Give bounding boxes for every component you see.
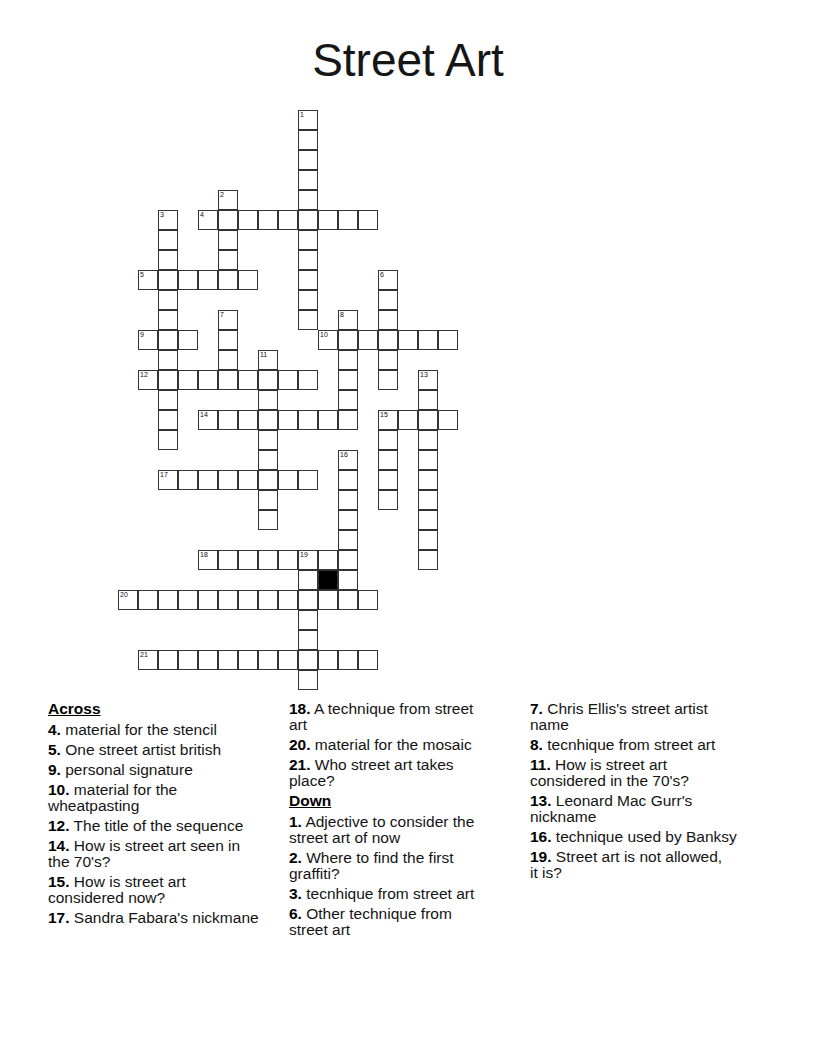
grid-cell: 4 bbox=[198, 210, 218, 230]
grid-cell bbox=[318, 650, 338, 670]
grid-cell bbox=[218, 270, 238, 290]
grid-cell bbox=[338, 590, 358, 610]
cell-number: 10 bbox=[320, 331, 328, 339]
grid-cell bbox=[278, 550, 298, 570]
grid-cell bbox=[338, 650, 358, 670]
clue-number: 8. bbox=[530, 736, 543, 753]
grid-cell bbox=[298, 190, 318, 210]
grid-cell bbox=[338, 370, 358, 390]
clue-number: 1. bbox=[289, 813, 302, 830]
grid-cell bbox=[158, 310, 178, 330]
grid-cell: 2 bbox=[218, 190, 238, 210]
grid-cell bbox=[258, 650, 278, 670]
grid-cell bbox=[298, 170, 318, 190]
clue-2: 2. Where to find the firstgraffiti? bbox=[289, 850, 525, 882]
grid-cell bbox=[158, 330, 178, 350]
grid-cell bbox=[158, 410, 178, 430]
clue-number: 13. bbox=[530, 792, 552, 809]
grid-cell bbox=[218, 590, 238, 610]
grid-cell bbox=[178, 270, 198, 290]
grid-cell: 20 bbox=[118, 590, 138, 610]
grid-cell bbox=[298, 630, 318, 650]
grid-cell bbox=[378, 330, 398, 350]
grid-cell: 14 bbox=[198, 410, 218, 430]
grid-cell bbox=[418, 470, 438, 490]
grid-cell bbox=[178, 470, 198, 490]
grid-cell bbox=[338, 210, 358, 230]
grid-cell bbox=[218, 470, 238, 490]
grid-cell: 1 bbox=[298, 110, 318, 130]
grid-cell bbox=[218, 550, 238, 570]
grid-cell bbox=[238, 270, 258, 290]
grid-cell: 12 bbox=[138, 370, 158, 390]
clue-number: 21. bbox=[289, 756, 311, 773]
down-heading: Down bbox=[289, 793, 525, 809]
grid-cell bbox=[298, 570, 318, 590]
grid-cell bbox=[238, 470, 258, 490]
clue-8: 8. tecnhique from street art bbox=[530, 737, 778, 753]
grid-cell bbox=[418, 410, 438, 430]
grid-cell bbox=[378, 450, 398, 470]
grid-cell bbox=[278, 470, 298, 490]
grid-cell bbox=[138, 590, 158, 610]
grid-cell bbox=[378, 430, 398, 450]
grid-cell bbox=[258, 470, 278, 490]
grid-cell bbox=[378, 290, 398, 310]
across-heading: Across bbox=[48, 701, 284, 717]
grid-cell bbox=[238, 370, 258, 390]
grid-cell bbox=[238, 590, 258, 610]
grid-cell bbox=[158, 250, 178, 270]
clue-14: 14. How is street art seen inthe 70's? bbox=[48, 838, 284, 870]
grid-cell bbox=[318, 590, 338, 610]
grid-cell: 16 bbox=[338, 450, 358, 470]
grid-cell bbox=[158, 650, 178, 670]
grid-cell bbox=[238, 210, 258, 230]
grid-cell bbox=[378, 310, 398, 330]
clue-number: 12. bbox=[48, 817, 70, 834]
clue-10: 10. material for thewheatpasting bbox=[48, 782, 284, 814]
cell-number: 15 bbox=[380, 411, 388, 419]
clue-13: 13. Leonard Mac Gurr'snickname bbox=[530, 793, 778, 825]
cell-number: 16 bbox=[340, 451, 348, 459]
grid-cell: 21 bbox=[138, 650, 158, 670]
grid-cell bbox=[278, 650, 298, 670]
cell-number: 4 bbox=[200, 211, 204, 219]
grid-cell bbox=[238, 650, 258, 670]
cell-number: 12 bbox=[140, 371, 148, 379]
grid-cell bbox=[278, 410, 298, 430]
grid-cell bbox=[178, 650, 198, 670]
cell-number: 2 bbox=[220, 191, 224, 199]
grid-cell bbox=[358, 210, 378, 230]
grid-cell bbox=[278, 370, 298, 390]
grid-cell bbox=[278, 210, 298, 230]
grid-cell: 5 bbox=[138, 270, 158, 290]
clue-number: 3. bbox=[289, 885, 302, 902]
cell-number: 20 bbox=[120, 591, 128, 599]
clue-number: 2. bbox=[289, 849, 302, 866]
grid-cell bbox=[338, 570, 358, 590]
grid-cell bbox=[298, 410, 318, 430]
grid-cell bbox=[298, 610, 318, 630]
grid-cell bbox=[258, 210, 278, 230]
grid-cell: 6 bbox=[378, 270, 398, 290]
clue-6: 6. Other technique fromstreet art bbox=[289, 906, 525, 938]
grid-cell bbox=[258, 370, 278, 390]
grid-cell bbox=[158, 370, 178, 390]
grid-cell bbox=[298, 290, 318, 310]
grid-cell bbox=[298, 270, 318, 290]
cell-number: 6 bbox=[380, 271, 384, 279]
grid-cell bbox=[418, 530, 438, 550]
clue-number: 17. bbox=[48, 909, 70, 926]
grid-cell bbox=[418, 330, 438, 350]
grid-cell bbox=[298, 250, 318, 270]
clue-column: 18. A technique from streetart20. materi… bbox=[289, 701, 525, 942]
grid-cell bbox=[198, 370, 218, 390]
grid-cell bbox=[258, 550, 278, 570]
clue-number: 18. bbox=[289, 700, 311, 717]
cell-number: 7 bbox=[220, 311, 224, 319]
grid-cell bbox=[298, 370, 318, 390]
clue-15: 15. How is street artconsidered now? bbox=[48, 874, 284, 906]
grid-cell: 11 bbox=[258, 350, 278, 370]
clue-20: 20. material for the mosaic bbox=[289, 737, 525, 753]
grid-cell bbox=[158, 270, 178, 290]
grid-cell bbox=[358, 650, 378, 670]
clue-16: 16. technique used by Banksy bbox=[530, 829, 778, 845]
clue-19: 19. Street art is not allowed,it is? bbox=[530, 849, 778, 881]
clue-number: 19. bbox=[530, 848, 552, 865]
grid-cell bbox=[378, 370, 398, 390]
grid-cell bbox=[178, 590, 198, 610]
clue-number: 11. bbox=[530, 756, 551, 773]
grid-cell: 10 bbox=[318, 330, 338, 350]
grid-cell bbox=[258, 490, 278, 510]
grid-cell bbox=[398, 330, 418, 350]
grid-cell bbox=[338, 350, 358, 370]
grid-cell bbox=[338, 530, 358, 550]
grid-cell bbox=[218, 650, 238, 670]
clue-number: 14. bbox=[48, 837, 70, 854]
clue-9: 9. personal signature bbox=[48, 762, 284, 778]
grid-cell bbox=[178, 330, 198, 350]
puzzle-title: Street Art bbox=[0, 33, 816, 87]
grid-cell bbox=[378, 490, 398, 510]
grid-cell bbox=[418, 490, 438, 510]
grid-cell bbox=[358, 330, 378, 350]
grid-cell bbox=[298, 670, 318, 690]
grid-cell bbox=[438, 330, 458, 350]
clue-number: 20. bbox=[289, 736, 311, 753]
cell-number: 13 bbox=[420, 371, 428, 379]
grid-cell: 8 bbox=[338, 310, 358, 330]
grid-cell bbox=[278, 590, 298, 610]
clue-number: 4. bbox=[48, 721, 61, 738]
black-cell bbox=[318, 570, 338, 590]
cell-number: 1 bbox=[300, 111, 304, 119]
grid-cell bbox=[298, 590, 318, 610]
grid-cell bbox=[358, 590, 378, 610]
grid-cell bbox=[258, 390, 278, 410]
grid-cell bbox=[258, 510, 278, 530]
grid-cell bbox=[258, 450, 278, 470]
clue-column: Across4. material for the stencil5. One … bbox=[48, 701, 284, 930]
grid-cell bbox=[338, 490, 358, 510]
grid-cell bbox=[378, 470, 398, 490]
clue-number: 9. bbox=[48, 761, 61, 778]
grid-cell bbox=[298, 150, 318, 170]
grid-cell bbox=[338, 390, 358, 410]
cell-number: 11 bbox=[260, 351, 267, 359]
grid-cell bbox=[258, 430, 278, 450]
page: Street Art 12345678910111213141516171819… bbox=[0, 0, 816, 1056]
grid-cell bbox=[158, 590, 178, 610]
grid-cell bbox=[198, 650, 218, 670]
grid-cell bbox=[298, 470, 318, 490]
grid-cell: 3 bbox=[158, 210, 178, 230]
grid-cell bbox=[218, 410, 238, 430]
clue-11: 11. How is street artconsidered in the 7… bbox=[530, 757, 778, 789]
grid-cell bbox=[298, 130, 318, 150]
grid-cell bbox=[158, 430, 178, 450]
grid-cell bbox=[438, 410, 458, 430]
grid-cell bbox=[418, 510, 438, 530]
grid-cell bbox=[378, 350, 398, 370]
grid-cell bbox=[198, 470, 218, 490]
clue-21: 21. Who street art takesplace? bbox=[289, 757, 525, 789]
grid-cell bbox=[298, 650, 318, 670]
grid-cell bbox=[418, 550, 438, 570]
cell-number: 18 bbox=[200, 551, 208, 559]
cell-number: 9 bbox=[140, 331, 144, 339]
clue-5: 5. One street artist british bbox=[48, 742, 284, 758]
grid-cell bbox=[298, 210, 318, 230]
grid-cell bbox=[338, 330, 358, 350]
clue-4: 4. material for the stencil bbox=[48, 722, 284, 738]
grid-cell bbox=[158, 290, 178, 310]
grid-cell bbox=[298, 310, 318, 330]
grid-cell bbox=[318, 550, 338, 570]
clue-12: 12. The title of the sequence bbox=[48, 818, 284, 834]
grid-cell bbox=[258, 410, 278, 430]
clue-number: 7. bbox=[530, 700, 543, 717]
grid-cell: 19 bbox=[298, 550, 318, 570]
grid-cell bbox=[218, 350, 238, 370]
clue-1: 1. Adjective to consider thestreet art o… bbox=[289, 814, 525, 846]
grid-cell bbox=[398, 410, 418, 430]
clue-column: 7. Chris Ellis's street artistname8. tec… bbox=[530, 701, 778, 885]
grid-cell: 17 bbox=[158, 470, 178, 490]
grid-cell bbox=[178, 370, 198, 390]
grid-cell bbox=[338, 510, 358, 530]
grid-cell bbox=[158, 390, 178, 410]
clue-number: 15. bbox=[48, 873, 70, 890]
grid-cell bbox=[418, 450, 438, 470]
grid-cell bbox=[158, 350, 178, 370]
grid-cell bbox=[258, 590, 278, 610]
grid-cell bbox=[418, 430, 438, 450]
clue-number: 5. bbox=[48, 741, 61, 758]
clue-3: 3. tecnhique from street art bbox=[289, 886, 525, 902]
grid-cell bbox=[338, 550, 358, 570]
grid-cell: 13 bbox=[418, 370, 438, 390]
grid-cell bbox=[218, 330, 238, 350]
grid-cell bbox=[238, 550, 258, 570]
grid-cell: 9 bbox=[138, 330, 158, 350]
grid-cell bbox=[158, 230, 178, 250]
grid-cell bbox=[218, 250, 238, 270]
cell-number: 8 bbox=[340, 311, 344, 319]
grid-cell bbox=[338, 470, 358, 490]
grid-cell bbox=[318, 410, 338, 430]
grid-cell bbox=[198, 590, 218, 610]
clue-number: 10. bbox=[48, 781, 70, 798]
crossword-grid: 123456789101112131415161718192021 bbox=[118, 110, 458, 690]
grid-cell bbox=[298, 230, 318, 250]
grid-cell bbox=[318, 210, 338, 230]
grid-cell: 18 bbox=[198, 550, 218, 570]
clue-7: 7. Chris Ellis's street artistname bbox=[530, 701, 778, 733]
cell-number: 19 bbox=[300, 551, 308, 559]
cell-number: 5 bbox=[140, 271, 144, 279]
cell-number: 21 bbox=[140, 651, 148, 659]
grid-cell bbox=[238, 410, 258, 430]
grid-cell: 7 bbox=[218, 310, 238, 330]
cell-number: 14 bbox=[200, 411, 208, 419]
clue-number: 16. bbox=[530, 828, 552, 845]
clue-number: 6. bbox=[289, 905, 302, 922]
grid-cell: 15 bbox=[378, 410, 398, 430]
cell-number: 3 bbox=[160, 211, 164, 219]
grid-cell bbox=[218, 230, 238, 250]
grid-cell bbox=[218, 370, 238, 390]
grid-cell bbox=[198, 270, 218, 290]
clue-18: 18. A technique from streetart bbox=[289, 701, 525, 733]
grid-cell bbox=[418, 390, 438, 410]
cell-number: 17 bbox=[160, 471, 168, 479]
grid-cell bbox=[218, 210, 238, 230]
clue-17: 17. Sandra Fabara's nickmane bbox=[48, 910, 284, 926]
grid-cell bbox=[338, 410, 358, 430]
